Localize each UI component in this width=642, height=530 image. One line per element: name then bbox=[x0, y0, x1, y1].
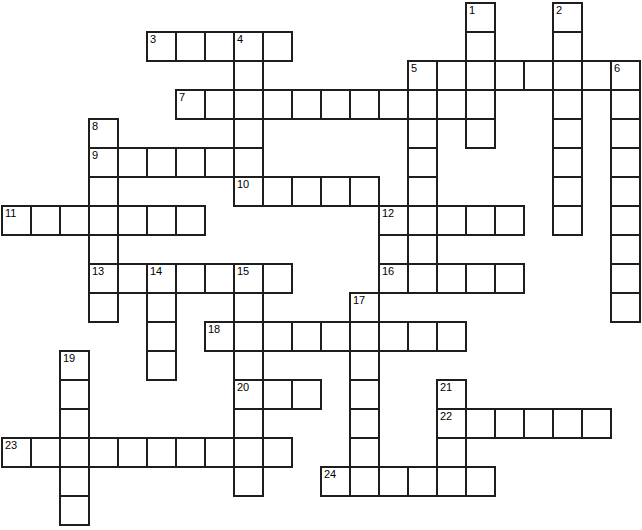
clue-number: 15 bbox=[237, 265, 249, 278]
crossword-cell[interactable] bbox=[610, 147, 641, 178]
crossword-cell[interactable] bbox=[581, 408, 612, 439]
crossword-cell[interactable] bbox=[610, 263, 641, 294]
crossword-cell[interactable] bbox=[175, 31, 206, 62]
crossword-cell[interactable] bbox=[552, 176, 583, 207]
crossword-cell[interactable] bbox=[465, 263, 496, 294]
crossword-cell[interactable] bbox=[30, 205, 61, 236]
crossword-cell[interactable] bbox=[204, 31, 235, 62]
crossword-cell[interactable] bbox=[59, 495, 90, 526]
crossword-cell[interactable] bbox=[436, 205, 467, 236]
crossword-cell[interactable] bbox=[349, 408, 380, 439]
crossword-cell[interactable] bbox=[436, 437, 467, 468]
crossword-cell[interactable]: 8 bbox=[88, 118, 119, 149]
crossword-cell[interactable] bbox=[436, 263, 467, 294]
clue-number: 24 bbox=[324, 468, 336, 481]
crossword-cell[interactable]: 12 bbox=[378, 205, 409, 236]
crossword-cell[interactable] bbox=[494, 408, 525, 439]
crossword-cell[interactable] bbox=[349, 89, 380, 120]
crossword-cell[interactable] bbox=[610, 118, 641, 149]
crossword-cell[interactable] bbox=[436, 466, 467, 497]
crossword-cell[interactable] bbox=[465, 118, 496, 149]
crossword-cell[interactable]: 23 bbox=[1, 437, 32, 468]
clue-number: 12 bbox=[382, 207, 394, 220]
crossword-cell[interactable] bbox=[378, 89, 409, 120]
clue-number: 22 bbox=[440, 410, 452, 423]
crossword-cell[interactable] bbox=[233, 321, 264, 352]
crossword-cell[interactable] bbox=[465, 89, 496, 120]
crossword-cell[interactable] bbox=[494, 60, 525, 91]
crossword-cell[interactable] bbox=[552, 408, 583, 439]
crossword-cell[interactable] bbox=[88, 176, 119, 207]
crossword-cell[interactable] bbox=[465, 408, 496, 439]
clue-number: 23 bbox=[5, 439, 17, 452]
crossword-cell[interactable] bbox=[465, 31, 496, 62]
clue-number: 20 bbox=[237, 381, 249, 394]
clue-number: 18 bbox=[208, 323, 220, 336]
crossword-cell[interactable] bbox=[407, 176, 438, 207]
crossword-cell[interactable] bbox=[320, 176, 351, 207]
crossword-cell[interactable]: 20 bbox=[233, 379, 264, 410]
crossword-cell[interactable] bbox=[204, 437, 235, 468]
crossword-cell[interactable] bbox=[610, 205, 641, 236]
crossword-cell[interactable] bbox=[233, 292, 264, 323]
clue-number: 16 bbox=[382, 265, 394, 278]
crossword-cell[interactable] bbox=[494, 263, 525, 294]
crossword-cell[interactable] bbox=[349, 350, 380, 381]
crossword-cell[interactable] bbox=[349, 379, 380, 410]
crossword-cell[interactable] bbox=[117, 147, 148, 178]
crossword-cell[interactable]: 3 bbox=[146, 31, 177, 62]
crossword-cell[interactable] bbox=[117, 263, 148, 294]
clue-number: 11 bbox=[5, 207, 16, 220]
crossword-cell[interactable] bbox=[378, 466, 409, 497]
crossword-cell[interactable] bbox=[30, 437, 61, 468]
crossword-cell[interactable] bbox=[610, 176, 641, 207]
clue-number: 19 bbox=[63, 352, 75, 365]
crossword-cell[interactable] bbox=[465, 466, 496, 497]
crossword-cell[interactable] bbox=[233, 350, 264, 381]
clue-number: 14 bbox=[150, 265, 162, 278]
crossword-cell[interactable] bbox=[552, 60, 583, 91]
crossword-cell[interactable] bbox=[59, 437, 90, 468]
crossword-cell[interactable] bbox=[378, 234, 409, 265]
clue-number: 1 bbox=[469, 4, 475, 17]
clue-number: 2 bbox=[556, 4, 562, 17]
crossword-cell[interactable] bbox=[378, 321, 409, 352]
crossword-cell[interactable] bbox=[436, 321, 467, 352]
crossword-cell[interactable] bbox=[146, 147, 177, 178]
crossword-cell[interactable] bbox=[407, 321, 438, 352]
crossword-cell[interactable] bbox=[320, 321, 351, 352]
crossword-cell[interactable]: 9 bbox=[88, 147, 119, 178]
clue-number: 13 bbox=[92, 265, 104, 278]
crossword-cell[interactable] bbox=[233, 60, 264, 91]
crossword-cell[interactable]: 11 bbox=[1, 205, 32, 236]
crossword-cell[interactable] bbox=[59, 408, 90, 439]
crossword-cell[interactable] bbox=[175, 147, 206, 178]
clue-number: 10 bbox=[237, 178, 249, 191]
crossword-cell[interactable] bbox=[552, 147, 583, 178]
crossword-cell[interactable] bbox=[436, 60, 467, 91]
crossword-cell[interactable] bbox=[407, 263, 438, 294]
crossword-cell[interactable] bbox=[552, 89, 583, 120]
crossword-cell[interactable] bbox=[88, 292, 119, 323]
crossword-cell[interactable] bbox=[59, 205, 90, 236]
crossword-cell[interactable] bbox=[581, 60, 612, 91]
crossword-cell[interactable] bbox=[233, 118, 264, 149]
crossword-cell[interactable] bbox=[291, 379, 322, 410]
crossword-cell[interactable]: 16 bbox=[378, 263, 409, 294]
crossword-cell[interactable] bbox=[349, 466, 380, 497]
crossword-cell[interactable] bbox=[494, 205, 525, 236]
crossword-cell[interactable] bbox=[175, 205, 206, 236]
crossword-cell[interactable] bbox=[233, 89, 264, 120]
crossword-cell[interactable] bbox=[465, 60, 496, 91]
clue-number: 5 bbox=[411, 62, 417, 75]
crossword-cell[interactable]: 14 bbox=[146, 263, 177, 294]
crossword-cell[interactable] bbox=[407, 205, 438, 236]
crossword-cell[interactable] bbox=[146, 205, 177, 236]
crossword-cell[interactable] bbox=[262, 263, 293, 294]
crossword-cell[interactable] bbox=[610, 292, 641, 323]
crossword-cell[interactable]: 22 bbox=[436, 408, 467, 439]
crossword-cell[interactable] bbox=[175, 263, 206, 294]
crossword-cell[interactable]: 7 bbox=[175, 89, 206, 120]
clue-number: 17 bbox=[353, 294, 365, 307]
crossword-cell[interactable] bbox=[146, 350, 177, 381]
crossword-cell[interactable] bbox=[407, 118, 438, 149]
crossword-cell[interactable] bbox=[262, 321, 293, 352]
crossword-cell[interactable] bbox=[552, 118, 583, 149]
crossword-cell[interactable] bbox=[88, 437, 119, 468]
crossword-cell[interactable] bbox=[407, 147, 438, 178]
crossword-cell[interactable]: 15 bbox=[233, 263, 264, 294]
crossword-cell[interactable] bbox=[523, 60, 554, 91]
crossword-cell[interactable]: 10 bbox=[233, 176, 264, 207]
crossword-cell[interactable] bbox=[436, 89, 467, 120]
crossword-cell[interactable] bbox=[291, 321, 322, 352]
crossword-cell[interactable] bbox=[465, 205, 496, 236]
crossword-cell[interactable] bbox=[59, 379, 90, 410]
crossword-cell[interactable] bbox=[552, 205, 583, 236]
crossword-grid: 123456789101112131415161718192021222324 bbox=[0, 0, 642, 530]
crossword-cell[interactable]: 6 bbox=[610, 60, 641, 91]
crossword-cell[interactable] bbox=[320, 89, 351, 120]
crossword-cell[interactable] bbox=[349, 321, 380, 352]
crossword-cell[interactable] bbox=[146, 292, 177, 323]
crossword-cell[interactable] bbox=[407, 89, 438, 120]
crossword-cell[interactable] bbox=[233, 437, 264, 468]
crossword-cell[interactable]: 4 bbox=[233, 31, 264, 62]
crossword-cell[interactable]: 17 bbox=[349, 292, 380, 323]
clue-number: 7 bbox=[179, 91, 185, 104]
crossword-cell[interactable]: 19 bbox=[59, 350, 90, 381]
crossword-cell[interactable] bbox=[349, 176, 380, 207]
crossword-cell[interactable] bbox=[262, 31, 293, 62]
crossword-cell[interactable] bbox=[146, 321, 177, 352]
clue-number: 6 bbox=[614, 62, 620, 75]
crossword-cell[interactable] bbox=[88, 234, 119, 265]
crossword-cell[interactable] bbox=[349, 437, 380, 468]
crossword-cell[interactable] bbox=[262, 89, 293, 120]
crossword-cell[interactable] bbox=[233, 466, 264, 497]
crossword-cell[interactable]: 18 bbox=[204, 321, 235, 352]
crossword-cell[interactable] bbox=[552, 31, 583, 62]
crossword-cell[interactable]: 24 bbox=[320, 466, 351, 497]
clue-number: 8 bbox=[92, 120, 98, 133]
crossword-cell[interactable] bbox=[204, 89, 235, 120]
crossword-cell[interactable] bbox=[233, 408, 264, 439]
crossword-cell[interactable] bbox=[262, 176, 293, 207]
crossword-cell[interactable] bbox=[88, 205, 119, 236]
crossword-cell[interactable] bbox=[204, 263, 235, 294]
clue-number: 9 bbox=[92, 149, 98, 162]
crossword-cell[interactable]: 5 bbox=[407, 60, 438, 91]
crossword-cell[interactable] bbox=[407, 234, 438, 265]
crossword-cell[interactable] bbox=[175, 437, 206, 468]
crossword-cell[interactable] bbox=[610, 89, 641, 120]
crossword-cell[interactable]: 21 bbox=[436, 379, 467, 410]
crossword-cell[interactable] bbox=[291, 176, 322, 207]
crossword-cell[interactable] bbox=[146, 437, 177, 468]
crossword-cell[interactable] bbox=[262, 379, 293, 410]
crossword-cell[interactable] bbox=[204, 147, 235, 178]
crossword-cell[interactable] bbox=[407, 466, 438, 497]
crossword-cell[interactable] bbox=[262, 437, 293, 468]
clue-number: 21 bbox=[440, 381, 452, 394]
crossword-cell[interactable] bbox=[610, 234, 641, 265]
crossword-cell[interactable]: 13 bbox=[88, 263, 119, 294]
clue-number: 3 bbox=[150, 33, 156, 46]
crossword-cell[interactable] bbox=[291, 89, 322, 120]
crossword-cell[interactable] bbox=[523, 408, 554, 439]
crossword-cell[interactable]: 2 bbox=[552, 2, 583, 33]
crossword-cell[interactable] bbox=[59, 466, 90, 497]
crossword-cell[interactable] bbox=[117, 437, 148, 468]
crossword-cell[interactable] bbox=[117, 205, 148, 236]
crossword-cell[interactable]: 1 bbox=[465, 2, 496, 33]
clue-number: 4 bbox=[237, 33, 243, 46]
crossword-cell[interactable] bbox=[233, 147, 264, 178]
